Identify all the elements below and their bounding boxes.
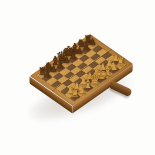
travel-chess-set-photo: ♜♞♝♛♚♝♞♜♟♟♟♟♟♟♟♟♟♟♟♟♟♟♟♟♜♞♝♛♚♝♞♜ — [0, 0, 155, 155]
